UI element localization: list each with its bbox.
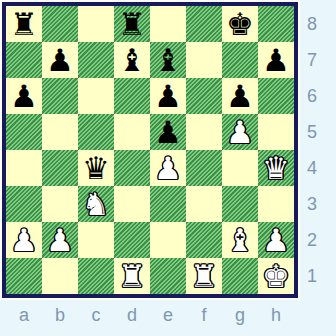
square-g1[interactable] (222, 258, 258, 294)
square-h8[interactable] (258, 6, 294, 42)
square-e6[interactable]: ♟ (150, 78, 186, 114)
square-d8[interactable]: ♜ (114, 6, 150, 42)
rank-label-1: 1 (301, 258, 323, 294)
piece-black-king: ♚ (226, 9, 254, 40)
file-label-g: g (222, 305, 258, 326)
file-label-d: d (114, 305, 150, 326)
square-a4[interactable] (6, 150, 42, 186)
square-a1[interactable] (6, 258, 42, 294)
square-h4[interactable]: ♛ (258, 150, 294, 186)
piece-white-knight: ♞ (82, 189, 110, 220)
file-label-h: h (258, 305, 294, 326)
rank-label-6: 6 (301, 78, 323, 114)
piece-black-pawn: ♟ (226, 81, 254, 112)
file-label-e: e (150, 305, 186, 326)
square-f6[interactable] (186, 78, 222, 114)
square-e4[interactable]: ♟ (150, 150, 186, 186)
square-d5[interactable] (114, 114, 150, 150)
square-a8[interactable]: ♜ (6, 6, 42, 42)
square-c5[interactable] (78, 114, 114, 150)
file-label-b: b (42, 305, 78, 326)
file-label-a: a (6, 305, 42, 326)
square-c3[interactable]: ♞ (78, 186, 114, 222)
square-c1[interactable] (78, 258, 114, 294)
square-d1[interactable]: ♜ (114, 258, 150, 294)
square-d6[interactable] (114, 78, 150, 114)
square-c2[interactable] (78, 222, 114, 258)
square-b7[interactable]: ♟ (42, 42, 78, 78)
piece-black-pawn: ♟ (154, 117, 182, 148)
square-e1[interactable] (150, 258, 186, 294)
file-label-f: f (186, 305, 222, 326)
square-b3[interactable] (42, 186, 78, 222)
rank-label-5: 5 (301, 114, 323, 150)
piece-white-pawn: ♟ (46, 225, 74, 256)
piece-black-pawn: ♟ (46, 45, 74, 76)
piece-black-pawn: ♟ (154, 81, 182, 112)
square-f3[interactable] (186, 186, 222, 222)
square-e2[interactable] (150, 222, 186, 258)
piece-white-pawn: ♟ (262, 225, 290, 256)
square-f2[interactable] (186, 222, 222, 258)
square-b6[interactable] (42, 78, 78, 114)
square-g6[interactable]: ♟ (222, 78, 258, 114)
rank-label-4: 4 (301, 150, 323, 186)
square-h1[interactable]: ♚ (258, 258, 294, 294)
square-d7[interactable]: ♝ (114, 42, 150, 78)
piece-white-pawn: ♟ (154, 153, 182, 184)
piece-white-king: ♚ (262, 261, 290, 292)
square-c7[interactable] (78, 42, 114, 78)
square-d2[interactable] (114, 222, 150, 258)
square-a2[interactable]: ♟ (6, 222, 42, 258)
square-h6[interactable] (258, 78, 294, 114)
square-b5[interactable] (42, 114, 78, 150)
square-h2[interactable]: ♟ (258, 222, 294, 258)
square-f8[interactable] (186, 6, 222, 42)
piece-black-bishop: ♝ (118, 45, 146, 76)
square-e7[interactable]: ♝ (150, 42, 186, 78)
page: { "game": "chess", "position": "r2r2k1/1… (0, 0, 336, 336)
piece-black-pawn: ♟ (10, 81, 38, 112)
square-g8[interactable]: ♚ (222, 6, 258, 42)
square-f1[interactable]: ♜ (186, 258, 222, 294)
piece-black-pawn: ♟ (262, 45, 290, 76)
piece-white-bishop: ♝ (226, 225, 254, 256)
board-frame: ♜♜♚♟♝♝♟♟♟♟♟♟♛♟♛♞♟♟♝♟♜♜♚ (2, 2, 298, 298)
rank-label-3: 3 (301, 186, 323, 222)
square-a5[interactable] (6, 114, 42, 150)
square-e5[interactable]: ♟ (150, 114, 186, 150)
square-e3[interactable] (150, 186, 186, 222)
square-d4[interactable] (114, 150, 150, 186)
square-a6[interactable]: ♟ (6, 78, 42, 114)
square-d3[interactable] (114, 186, 150, 222)
rank-label-7: 7 (301, 42, 323, 78)
piece-black-bishop: ♝ (154, 45, 182, 76)
square-b8[interactable] (42, 6, 78, 42)
square-g7[interactable] (222, 42, 258, 78)
piece-white-rook: ♜ (118, 261, 146, 292)
square-g3[interactable] (222, 186, 258, 222)
piece-black-queen: ♛ (82, 153, 110, 184)
square-b1[interactable] (42, 258, 78, 294)
square-c4[interactable]: ♛ (78, 150, 114, 186)
file-label-c: c (78, 305, 114, 326)
square-c8[interactable] (78, 6, 114, 42)
square-f5[interactable] (186, 114, 222, 150)
rank-label-8: 8 (301, 6, 323, 42)
square-c6[interactable] (78, 78, 114, 114)
square-a7[interactable] (6, 42, 42, 78)
square-h5[interactable] (258, 114, 294, 150)
square-e8[interactable] (150, 6, 186, 42)
square-h3[interactable] (258, 186, 294, 222)
piece-white-pawn: ♟ (10, 225, 38, 256)
piece-white-queen: ♛ (262, 153, 290, 184)
square-g4[interactable] (222, 150, 258, 186)
square-b4[interactable] (42, 150, 78, 186)
square-a3[interactable] (6, 186, 42, 222)
square-g5[interactable]: ♟ (222, 114, 258, 150)
rank-label-2: 2 (301, 222, 323, 258)
piece-black-rook: ♜ (118, 9, 146, 40)
square-f4[interactable] (186, 150, 222, 186)
square-f7[interactable] (186, 42, 222, 78)
square-h7[interactable]: ♟ (258, 42, 294, 78)
piece-white-pawn: ♟ (226, 117, 254, 148)
piece-black-rook: ♜ (10, 9, 38, 40)
piece-white-rook: ♜ (190, 261, 218, 292)
square-g2[interactable]: ♝ (222, 222, 258, 258)
chess-board: ♜♜♚♟♝♝♟♟♟♟♟♟♛♟♛♞♟♟♝♟♜♜♚ (6, 6, 294, 294)
square-b2[interactable]: ♟ (42, 222, 78, 258)
